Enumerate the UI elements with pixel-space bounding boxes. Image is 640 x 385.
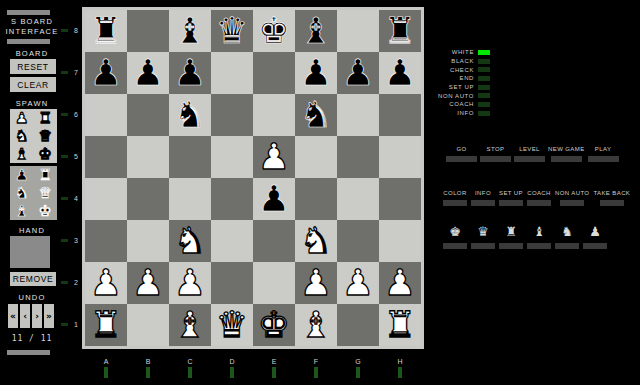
square-a7[interactable]: ♟ [85, 52, 127, 94]
status-row-info: INFO [404, 109, 490, 118]
black-queen-piece: ♛ [216, 13, 248, 49]
square-b5[interactable] [127, 136, 169, 178]
rank-led-2 [61, 281, 68, 284]
sidebar-divider-bottom [7, 350, 50, 355]
status-label-coach: COACH [449, 101, 474, 107]
info-button-bar[interactable] [471, 200, 495, 206]
file-label-g: G [348, 358, 368, 365]
square-c5[interactable] [169, 136, 211, 178]
white-pawn-piece: ♟ [342, 265, 374, 301]
square-h8[interactable]: ♜ [379, 10, 421, 52]
select-queen-button-bar[interactable] [471, 243, 495, 249]
square-e8[interactable]: ♚ [253, 10, 295, 52]
square-c8[interactable]: ♝ [169, 10, 211, 52]
white-queen-icon: ♛ [39, 129, 52, 144]
square-a8[interactable]: ♜ [85, 10, 127, 52]
status-led-check [478, 67, 490, 72]
black-king-icon: ♚ [39, 204, 52, 219]
stop-button[interactable]: STOP [480, 146, 511, 162]
square-a6[interactable] [85, 94, 127, 136]
black-pawn-piece: ♟ [90, 55, 122, 91]
square-c4[interactable] [169, 178, 211, 220]
file-led-h [398, 367, 402, 378]
square-f3[interactable]: ♞ [295, 220, 337, 262]
black-knight-icon: ♞ [15, 186, 28, 201]
square-b7[interactable]: ♟ [127, 52, 169, 94]
white-pawn-piece: ♟ [384, 265, 416, 301]
square-f4[interactable] [295, 178, 337, 220]
black-knight-piece: ♞ [300, 97, 332, 133]
status-row-set-up: SET UP [404, 83, 490, 92]
square-h1[interactable]: ♜ [379, 304, 421, 346]
square-c7[interactable]: ♟ [169, 52, 211, 94]
select-rook-button-bar[interactable] [499, 243, 523, 249]
non-auto-button[interactable]: NON AUTO [555, 190, 589, 206]
rank-led-3 [61, 239, 68, 242]
square-b8[interactable] [127, 10, 169, 52]
select-pawn-button-bar[interactable] [583, 243, 607, 249]
white-pawn-piece: ♟ [132, 265, 164, 301]
status-label-white: WHITE [452, 49, 474, 55]
square-a3[interactable] [85, 220, 127, 262]
status-led-info [478, 111, 490, 116]
spawn-black-queen[interactable]: ♛ [34, 184, 58, 202]
white-bishop-piece: ♝ [174, 307, 206, 343]
info-button-label: INFO [475, 190, 491, 198]
black-rook-piece: ♜ [90, 13, 122, 49]
square-f7[interactable]: ♟ [295, 52, 337, 94]
non-auto-button-label: NON AUTO [555, 190, 589, 198]
status-label-info: INFO [457, 110, 474, 116]
spawn-panel-black: ♟♜♞♛♝♚ [10, 166, 57, 220]
level-button-bar[interactable] [514, 156, 545, 162]
status-row-check: CHECK [404, 65, 490, 74]
spawn-white-knight[interactable]: ♞ [10, 127, 34, 145]
new-game-button-label: NEW GAME [548, 146, 585, 154]
file-label-c: C [180, 358, 200, 365]
sidebar-divider-top [7, 10, 50, 15]
play-button[interactable]: PLAY [588, 146, 619, 162]
clear-button[interactable]: CLEAR [10, 77, 56, 92]
white-knight-piece: ♞ [174, 223, 206, 259]
coach-button[interactable]: COACH [527, 190, 551, 206]
black-bishop-piece: ♝ [174, 13, 206, 49]
file-led-g [356, 367, 360, 378]
spawn-black-pawn[interactable]: ♟ [10, 166, 34, 184]
square-c1[interactable]: ♝ [169, 304, 211, 346]
undo-button-row: «‹›» [8, 304, 54, 328]
color-button-label: COLOR [443, 190, 466, 198]
king-icon: ♚ [449, 224, 461, 240]
status-led-non-auto [478, 93, 490, 98]
status-led-white [478, 50, 490, 55]
select-knight-button[interactable]: ♞ [555, 224, 579, 249]
spawn-black-king[interactable]: ♚ [34, 202, 58, 220]
square-b3[interactable] [127, 220, 169, 262]
controls-row-2: COLORINFOSET UPCOACHNON AUTOTAKE BACK [443, 190, 630, 206]
new-game-button[interactable]: NEW GAME [548, 146, 585, 162]
square-d2[interactable] [211, 262, 253, 304]
white-king-piece: ♚ [258, 307, 290, 343]
white-pawn-piece: ♟ [174, 265, 206, 301]
status-led-end [478, 76, 490, 81]
undo-move-counter: 11 / 11 [0, 334, 64, 343]
board-frame: ♜♝♛♚♝♜♟♟♟♟♟♟♞♞♟♟♞♞♟♟♟♟♟♟♜♝♛♚♝♜ [82, 7, 424, 349]
knight-icon: ♞ [561, 224, 573, 240]
square-f1[interactable]: ♝ [295, 304, 337, 346]
app-title-line2: INTERFACE [0, 27, 64, 36]
square-f6[interactable]: ♞ [295, 94, 337, 136]
square-g3[interactable] [337, 220, 379, 262]
white-rook-piece: ♜ [384, 307, 416, 343]
square-b6[interactable] [127, 94, 169, 136]
white-pawn-piece: ♟ [300, 265, 332, 301]
status-label-black: BLACK [451, 58, 474, 64]
square-c2[interactable]: ♟ [169, 262, 211, 304]
select-pawn-button[interactable]: ♟ [583, 224, 607, 249]
rank-led-5 [61, 155, 68, 158]
stop-button-bar[interactable] [480, 156, 511, 162]
pawn-icon: ♟ [589, 224, 601, 240]
status-label-non-auto: NON AUTO [438, 93, 474, 99]
status-label-end: END [460, 75, 474, 81]
new-game-button-bar[interactable] [551, 156, 582, 162]
board: ♜♝♛♚♝♜♟♟♟♟♟♟♞♞♟♟♞♞♟♟♟♟♟♟♜♝♛♚♝♜ [85, 10, 421, 346]
coach-button-bar[interactable] [527, 200, 551, 206]
square-b4[interactable] [127, 178, 169, 220]
file-led-d [230, 367, 234, 378]
black-pawn-piece: ♟ [132, 55, 164, 91]
status-led-coach [478, 102, 490, 107]
status-row-white: WHITE [404, 48, 490, 57]
status-row-end: END [404, 74, 490, 83]
square-e5[interactable]: ♟ [253, 136, 295, 178]
rank-led-1 [61, 323, 68, 326]
go-button[interactable]: GO [446, 146, 477, 162]
square-g8[interactable] [337, 10, 379, 52]
black-pawn-piece: ♟ [174, 55, 206, 91]
square-d5[interactable] [211, 136, 253, 178]
file-label-d: D [222, 358, 242, 365]
app-title-line1: S BOARD [0, 17, 64, 26]
black-knight-piece: ♞ [174, 97, 206, 133]
rank-label-3: 3 [71, 237, 81, 244]
select-bishop-button-bar[interactable] [527, 243, 551, 249]
spawn-black-bishop[interactable]: ♝ [10, 202, 34, 220]
white-queen-piece: ♛ [216, 307, 248, 343]
level-button[interactable]: LEVEL [514, 146, 545, 162]
white-pawn-piece: ♟ [90, 265, 122, 301]
spawn-black-knight[interactable]: ♞ [10, 184, 34, 202]
white-bishop-piece: ♝ [300, 307, 332, 343]
queen-icon: ♛ [477, 224, 489, 240]
square-e4[interactable]: ♟ [253, 178, 295, 220]
white-pawn-icon: ♟ [15, 111, 28, 126]
white-knight-icon: ♞ [15, 129, 28, 144]
coach-button-label: COACH [527, 190, 551, 198]
black-pawn-piece: ♟ [342, 55, 374, 91]
square-g5[interactable] [337, 136, 379, 178]
square-d7[interactable] [211, 52, 253, 94]
set-up-button-bar[interactable] [499, 200, 523, 206]
spawn-section-label: SPAWN [0, 99, 64, 108]
select-knight-button-bar[interactable] [555, 243, 579, 249]
status-row-non-auto: NON AUTO [404, 91, 490, 100]
square-e6[interactable] [253, 94, 295, 136]
square-h2[interactable]: ♟ [379, 262, 421, 304]
file-led-e [272, 367, 276, 378]
file-led-c [188, 367, 192, 378]
square-c6[interactable]: ♞ [169, 94, 211, 136]
level-button-label: LEVEL [519, 146, 540, 154]
rank-led-8 [61, 29, 68, 32]
square-f5[interactable] [295, 136, 337, 178]
square-a2[interactable]: ♟ [85, 262, 127, 304]
square-a4[interactable] [85, 178, 127, 220]
square-h5[interactable] [379, 136, 421, 178]
set-up-button[interactable]: SET UP [499, 190, 523, 206]
go-button-bar[interactable] [446, 156, 477, 162]
black-bishop-icon: ♝ [15, 204, 28, 219]
square-a5[interactable] [85, 136, 127, 178]
square-e1[interactable]: ♚ [253, 304, 295, 346]
rank-led-6 [61, 113, 68, 116]
white-pawn-piece: ♟ [258, 139, 290, 175]
white-king-icon: ♚ [39, 147, 52, 162]
square-h4[interactable] [379, 178, 421, 220]
black-pawn-piece: ♟ [300, 55, 332, 91]
go-button-label: GO [456, 146, 466, 154]
rank-label-6: 6 [71, 111, 81, 118]
select-bishop-button[interactable]: ♝ [527, 224, 551, 249]
white-rook-piece: ♜ [90, 307, 122, 343]
rank-led-7 [61, 71, 68, 74]
set-up-button-label: SET UP [499, 190, 523, 198]
rook-icon: ♜ [505, 224, 517, 240]
file-label-h: H [390, 358, 410, 365]
hand-section-label: HAND [0, 226, 64, 235]
rank-label-7: 7 [71, 69, 81, 76]
file-label-b: B [138, 358, 158, 365]
square-g1[interactable] [337, 304, 379, 346]
square-g6[interactable] [337, 94, 379, 136]
square-e3[interactable] [253, 220, 295, 262]
spawn-white-queen[interactable]: ♛ [34, 127, 58, 145]
square-b2[interactable]: ♟ [127, 262, 169, 304]
file-led-f [314, 367, 318, 378]
square-h3[interactable] [379, 220, 421, 262]
piece-buttons-row: ♚♛♜♝♞♟ [443, 224, 607, 249]
black-rook-piece: ♜ [384, 13, 416, 49]
spawn-black-rook[interactable]: ♜ [34, 166, 58, 184]
square-g4[interactable] [337, 178, 379, 220]
rank-label-8: 8 [71, 27, 81, 34]
square-f8[interactable]: ♝ [295, 10, 337, 52]
status-led-set-up [478, 85, 490, 90]
square-d6[interactable] [211, 94, 253, 136]
square-e2[interactable] [253, 262, 295, 304]
spawn-white-pawn[interactable]: ♟ [10, 109, 34, 127]
bishop-icon: ♝ [533, 224, 545, 240]
spawn-white-bishop[interactable]: ♝ [10, 145, 34, 163]
rank-label-2: 2 [71, 279, 81, 286]
square-g2[interactable]: ♟ [337, 262, 379, 304]
spawn-white-rook[interactable]: ♜ [34, 109, 58, 127]
color-button-bar[interactable] [443, 200, 467, 206]
status-led-panel: WHITEBLACKCHECKENDSET UPNON AUTOCOACHINF… [404, 48, 490, 118]
undo-last-button[interactable]: » [44, 304, 54, 328]
black-pawn-piece: ♟ [258, 181, 290, 217]
status-label-check: CHECK [450, 67, 474, 73]
non-auto-button-bar[interactable] [560, 200, 584, 206]
board-section-label: BOARD [0, 49, 64, 58]
controls-row-1: GOSTOPLEVELNEW GAMEPLAY [446, 146, 619, 162]
file-label-f: F [306, 358, 326, 365]
stop-button-label: STOP [487, 146, 505, 154]
play-button-bar[interactable] [588, 156, 619, 162]
take-back-button-label: TAKE BACK [593, 190, 630, 198]
select-queen-button[interactable]: ♛ [471, 224, 495, 249]
square-d8[interactable]: ♛ [211, 10, 253, 52]
rank-label-1: 1 [71, 321, 81, 328]
hand-slot[interactable] [10, 236, 50, 268]
status-led-black [478, 59, 490, 64]
square-d4[interactable] [211, 178, 253, 220]
undo-back-button[interactable]: ‹ [20, 304, 30, 328]
select-king-button-bar[interactable] [443, 243, 467, 249]
file-label-e: E [264, 358, 284, 365]
square-c3[interactable]: ♞ [169, 220, 211, 262]
square-d3[interactable] [211, 220, 253, 262]
file-led-a [104, 367, 108, 378]
spawn-panel-white: ♟♜♞♛♝♚ [10, 109, 57, 163]
square-e7[interactable] [253, 52, 295, 94]
rank-label-4: 4 [71, 195, 81, 202]
select-king-button[interactable]: ♚ [443, 224, 467, 249]
black-king-piece: ♚ [258, 13, 290, 49]
white-bishop-icon: ♝ [15, 147, 28, 162]
undo-first-button[interactable]: « [8, 304, 18, 328]
status-row-black: BLACK [404, 57, 490, 66]
square-d1[interactable]: ♛ [211, 304, 253, 346]
file-led-b [146, 367, 150, 378]
square-a1[interactable]: ♜ [85, 304, 127, 346]
reset-button[interactable]: RESET [10, 59, 56, 74]
square-b1[interactable] [127, 304, 169, 346]
play-button-label: PLAY [595, 146, 612, 154]
black-queen-icon: ♛ [39, 186, 52, 201]
black-pawn-icon: ♟ [15, 168, 28, 183]
color-button[interactable]: COLOR [443, 190, 467, 206]
select-rook-button[interactable]: ♜ [499, 224, 523, 249]
square-g7[interactable]: ♟ [337, 52, 379, 94]
undo-forward-button[interactable]: › [32, 304, 42, 328]
rank-label-5: 5 [71, 153, 81, 160]
square-f2[interactable]: ♟ [295, 262, 337, 304]
white-rook-icon: ♜ [39, 111, 52, 126]
status-row-coach: COACH [404, 100, 490, 109]
sidebar-divider-title [7, 39, 50, 44]
black-bishop-piece: ♝ [300, 13, 332, 49]
spawn-white-king[interactable]: ♚ [34, 145, 58, 163]
rank-led-4 [61, 197, 68, 200]
white-knight-piece: ♞ [300, 223, 332, 259]
undo-section-label: UNDO [0, 293, 64, 302]
remove-button[interactable]: REMOVE [10, 272, 56, 286]
status-label-set-up: SET UP [449, 84, 474, 90]
take-back-button[interactable]: TAKE BACK [593, 190, 630, 206]
file-label-a: A [96, 358, 116, 365]
take-back-button-bar[interactable] [600, 200, 624, 206]
info-button[interactable]: INFO [471, 190, 495, 206]
black-rook-icon: ♜ [39, 168, 52, 183]
